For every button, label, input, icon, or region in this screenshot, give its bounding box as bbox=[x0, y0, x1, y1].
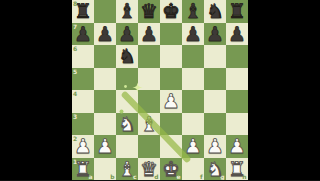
square-a3[interactable]: 3 bbox=[72, 113, 94, 136]
square-a6[interactable]: 6 bbox=[72, 45, 94, 68]
piece-white-rook-a1[interactable]: ♜ bbox=[72, 158, 94, 181]
piece-white-bishop-d3[interactable]: ♝ bbox=[138, 113, 160, 136]
piece-black-pawn-h7[interactable]: ♟ bbox=[226, 23, 248, 46]
rank-label-6: 6 bbox=[73, 46, 77, 52]
piece-white-knight-c3[interactable]: ♞ bbox=[116, 113, 138, 136]
piece-white-bishop-c1[interactable]: ♝ bbox=[116, 158, 138, 181]
square-h6[interactable] bbox=[226, 45, 248, 68]
square-f1[interactable]: f bbox=[182, 158, 204, 181]
piece-black-rook-h8[interactable]: ♜ bbox=[226, 0, 248, 23]
square-g5[interactable] bbox=[204, 68, 226, 91]
piece-black-rook-a8[interactable]: ♜ bbox=[72, 0, 94, 23]
piece-black-pawn-a7[interactable]: ♟ bbox=[72, 23, 94, 46]
letterbox-left bbox=[0, 0, 72, 180]
square-e5[interactable] bbox=[160, 68, 182, 91]
file-label-b: b bbox=[110, 174, 114, 180]
piece-white-queen-d1[interactable]: ♛ bbox=[138, 158, 160, 181]
piece-black-queen-d8[interactable]: ♛ bbox=[138, 0, 160, 23]
square-d6[interactable] bbox=[138, 45, 160, 68]
square-d5[interactable] bbox=[138, 68, 160, 91]
square-a4[interactable]: 4 bbox=[72, 90, 94, 113]
piece-black-pawn-b7[interactable]: ♟ bbox=[94, 23, 116, 46]
piece-black-bishop-c8[interactable]: ♝ bbox=[116, 0, 138, 23]
piece-black-pawn-d7[interactable]: ♟ bbox=[138, 23, 160, 46]
square-b5[interactable] bbox=[94, 68, 116, 91]
square-b1[interactable]: b bbox=[94, 158, 116, 181]
square-d2[interactable] bbox=[138, 135, 160, 158]
piece-black-knight-c6[interactable]: ♞ bbox=[116, 45, 138, 68]
square-b3[interactable] bbox=[94, 113, 116, 136]
square-e7[interactable] bbox=[160, 23, 182, 46]
letterbox-right bbox=[248, 0, 320, 180]
square-d4[interactable] bbox=[138, 90, 160, 113]
piece-white-rook-h1[interactable]: ♜ bbox=[226, 158, 248, 181]
square-c2[interactable] bbox=[116, 135, 138, 158]
piece-black-pawn-g7[interactable]: ♟ bbox=[204, 23, 226, 46]
piece-white-pawn-a2[interactable]: ♟ bbox=[72, 135, 94, 158]
square-b4[interactable] bbox=[94, 90, 116, 113]
square-f5[interactable] bbox=[182, 68, 204, 91]
square-f4[interactable] bbox=[182, 90, 204, 113]
square-b6[interactable] bbox=[94, 45, 116, 68]
piece-white-pawn-e4[interactable]: ♟ bbox=[160, 90, 182, 113]
file-label-f: f bbox=[200, 174, 203, 180]
square-h3[interactable] bbox=[226, 113, 248, 136]
square-e2[interactable] bbox=[160, 135, 182, 158]
rank-label-3: 3 bbox=[73, 114, 77, 120]
square-g4[interactable] bbox=[204, 90, 226, 113]
square-f3[interactable] bbox=[182, 113, 204, 136]
piece-white-pawn-b2[interactable]: ♟ bbox=[94, 135, 116, 158]
piece-black-pawn-f7[interactable]: ♟ bbox=[182, 23, 204, 46]
rank-label-5: 5 bbox=[73, 69, 77, 75]
square-g6[interactable] bbox=[204, 45, 226, 68]
piece-white-pawn-f2[interactable]: ♟ bbox=[182, 135, 204, 158]
square-c4[interactable] bbox=[116, 90, 138, 113]
square-c5[interactable] bbox=[116, 68, 138, 91]
video-frame: 87654321abcdefgh ♜♝♛♚♝♞♜♟♟♟♟♟♟♟♞♟♞♝♟♟♟♟♟… bbox=[0, 0, 320, 180]
piece-white-knight-g1[interactable]: ♞ bbox=[204, 158, 226, 181]
square-e6[interactable] bbox=[160, 45, 182, 68]
square-h5[interactable] bbox=[226, 68, 248, 91]
piece-black-knight-g8[interactable]: ♞ bbox=[204, 0, 226, 23]
chess-board[interactable]: 87654321abcdefgh ♜♝♛♚♝♞♜♟♟♟♟♟♟♟♞♟♞♝♟♟♟♟♟… bbox=[72, 0, 248, 180]
square-f6[interactable] bbox=[182, 45, 204, 68]
piece-black-king-e8[interactable]: ♚ bbox=[160, 0, 182, 23]
square-h4[interactable] bbox=[226, 90, 248, 113]
piece-black-bishop-f8[interactable]: ♝ bbox=[182, 0, 204, 23]
square-e3[interactable] bbox=[160, 113, 182, 136]
piece-white-king-e1[interactable]: ♚ bbox=[160, 158, 182, 181]
square-g3[interactable] bbox=[204, 113, 226, 136]
rank-label-4: 4 bbox=[73, 91, 77, 97]
square-b8[interactable] bbox=[94, 0, 116, 23]
piece-white-pawn-g2[interactable]: ♟ bbox=[204, 135, 226, 158]
piece-white-pawn-h2[interactable]: ♟ bbox=[226, 135, 248, 158]
square-a5[interactable]: 5 bbox=[72, 68, 94, 91]
piece-black-pawn-c7[interactable]: ♟ bbox=[116, 23, 138, 46]
